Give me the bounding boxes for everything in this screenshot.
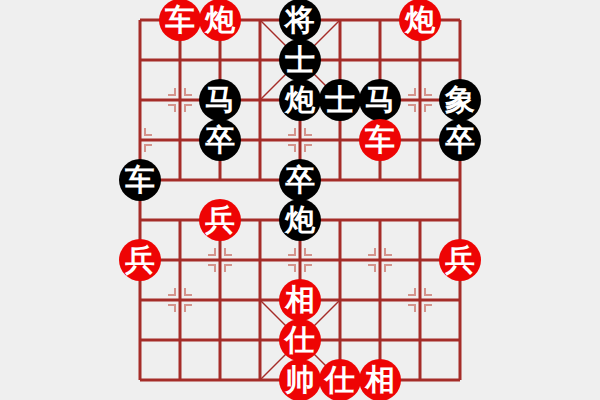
red-soldier[interactable]: 兵: [119, 239, 161, 281]
black-general[interactable]: 将: [279, 0, 321, 41]
pieces-layer: 车炮将炮士马炮士马象卒车卒车卒兵炮兵兵相仕帅仕相: [0, 0, 600, 400]
red-elephant[interactable]: 相: [359, 359, 401, 400]
black-soldier[interactable]: 卒: [199, 119, 241, 161]
red-soldier[interactable]: 兵: [199, 199, 241, 241]
black-elephant[interactable]: 象: [439, 79, 481, 121]
black-soldier[interactable]: 卒: [439, 119, 481, 161]
black-horse[interactable]: 马: [199, 79, 241, 121]
red-elephant[interactable]: 相: [279, 279, 321, 321]
red-cannon[interactable]: 炮: [199, 0, 241, 41]
red-general[interactable]: 帅: [279, 359, 321, 400]
black-horse[interactable]: 马: [359, 79, 401, 121]
red-advisor[interactable]: 仕: [319, 359, 361, 400]
red-soldier[interactable]: 兵: [439, 239, 481, 281]
xiangqi-board: 车炮将炮士马炮士马象卒车卒车卒兵炮兵兵相仕帅仕相: [0, 0, 600, 400]
red-chariot[interactable]: 车: [159, 0, 201, 41]
black-advisor[interactable]: 士: [279, 39, 321, 81]
black-chariot[interactable]: 车: [119, 159, 161, 201]
red-cannon[interactable]: 炮: [399, 0, 441, 41]
red-chariot[interactable]: 车: [359, 119, 401, 161]
black-soldier[interactable]: 卒: [279, 159, 321, 201]
black-cannon[interactable]: 炮: [279, 79, 321, 121]
red-advisor[interactable]: 仕: [279, 319, 321, 361]
black-cannon[interactable]: 炮: [279, 199, 321, 241]
black-advisor[interactable]: 士: [319, 79, 361, 121]
